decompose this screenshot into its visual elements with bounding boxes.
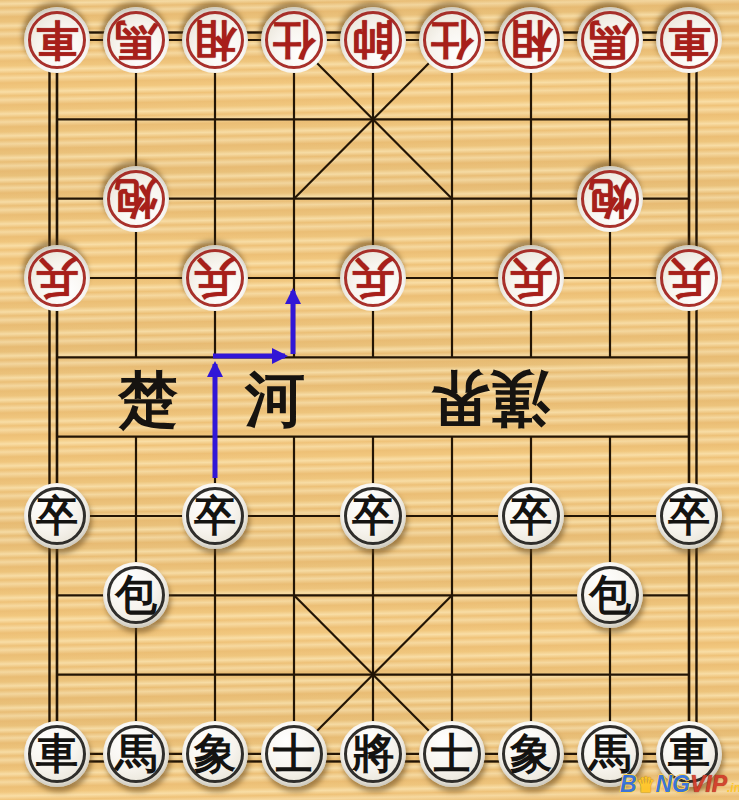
watermark-tld: .in	[727, 781, 739, 795]
watermark-vip: VIP	[690, 771, 727, 797]
move-arrows-layer	[0, 0, 739, 800]
watermark-bongvip: B♛NGVIP.in	[620, 773, 739, 796]
xiangqi-board: 楚 河 漢界 車馬相仕帥仕相馬車炮炮兵兵兵兵兵卒卒卒卒卒包包車馬象士將士象馬車 …	[0, 0, 739, 800]
watermark-prefix: B	[620, 771, 637, 797]
watermark-mid: NG	[655, 771, 690, 797]
crown-icon: ♛	[637, 773, 656, 796]
